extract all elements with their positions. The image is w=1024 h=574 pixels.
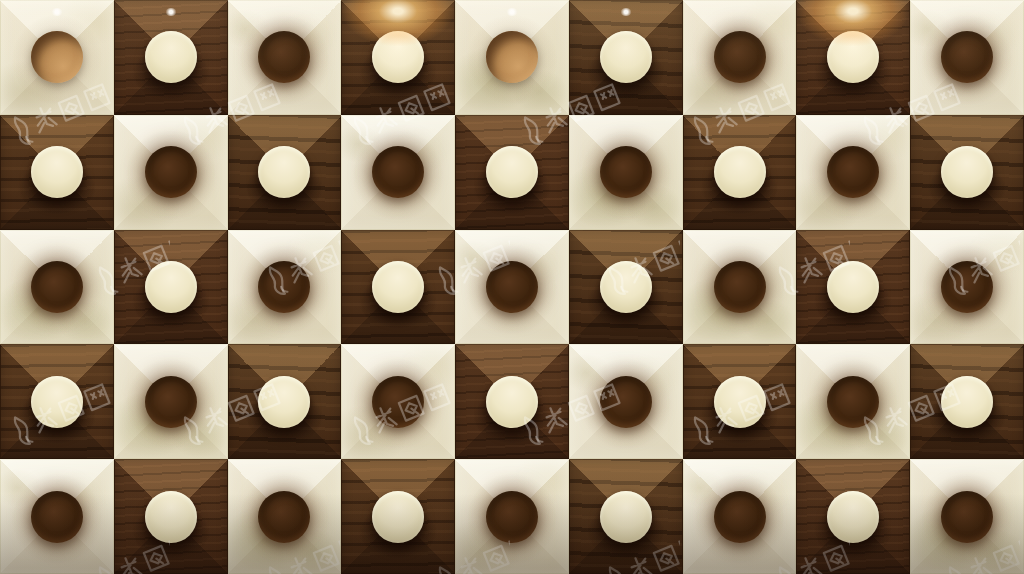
square-r1c9: [910, 0, 1024, 115]
dark-disc-r4c2: [145, 376, 197, 428]
square-r3c8: [796, 230, 910, 345]
cream-disc-r5c6: [600, 491, 652, 543]
cream-disc-r2c1: [31, 146, 83, 198]
square-r2c3: [228, 115, 342, 230]
square-r5c6: [569, 459, 683, 574]
cream-disc-r2c7: [714, 146, 766, 198]
cream-disc-r4c9: [941, 376, 993, 428]
cream-disc-r3c6: [600, 261, 652, 313]
dark-disc-r1c3: [258, 31, 310, 83]
square-r1c2: [114, 0, 228, 115]
cream-disc-r4c7: [714, 376, 766, 428]
dark-disc-r1c7: [714, 31, 766, 83]
square-r5c1: [0, 459, 114, 574]
square-r3c4: [341, 230, 455, 345]
square-r4c5: [455, 344, 569, 459]
square-r3c5: [455, 230, 569, 345]
photo-stage: 我图网: [0, 0, 1024, 574]
specular-highlight: [620, 8, 632, 16]
square-r2c6: [569, 115, 683, 230]
square-r2c8: [796, 115, 910, 230]
dark-disc-r2c4: [372, 146, 424, 198]
tan-ring-r1c5: [486, 31, 538, 83]
dark-disc-r2c2: [145, 146, 197, 198]
square-r4c2: [114, 344, 228, 459]
cream-disc-r5c4: [372, 491, 424, 543]
square-r1c1: [0, 0, 114, 115]
square-r2c9: [910, 115, 1024, 230]
dark-disc-r5c3: [258, 491, 310, 543]
square-r2c2: [114, 115, 228, 230]
square-r3c2: [114, 230, 228, 345]
cream-disc-r3c2: [145, 261, 197, 313]
square-r5c8: [796, 459, 910, 574]
square-r3c9: [910, 230, 1024, 345]
dark-disc-r5c7: [714, 491, 766, 543]
square-r5c5: [455, 459, 569, 574]
dark-disc-r3c3: [258, 261, 310, 313]
specular-highlight: [51, 8, 63, 16]
dark-disc-r2c8: [827, 146, 879, 198]
square-r4c4: [341, 344, 455, 459]
square-r3c3: [228, 230, 342, 345]
dark-disc-r3c7: [714, 261, 766, 313]
dark-disc-r3c9: [941, 261, 993, 313]
square-r2c1: [0, 115, 114, 230]
square-r3c1: [0, 230, 114, 345]
square-r3c6: [569, 230, 683, 345]
square-r5c7: [683, 459, 797, 574]
square-r1c5: [455, 0, 569, 115]
square-r4c3: [228, 344, 342, 459]
dark-disc-r4c4: [372, 376, 424, 428]
dark-disc-r5c1: [31, 491, 83, 543]
cream-disc-r4c3: [258, 376, 310, 428]
square-r2c5: [455, 115, 569, 230]
square-r1c4: [341, 0, 455, 115]
square-r3c7: [683, 230, 797, 345]
square-r4c1: [0, 344, 114, 459]
cream-disc-r2c3: [258, 146, 310, 198]
square-r5c3: [228, 459, 342, 574]
square-r2c7: [683, 115, 797, 230]
square-r5c2: [114, 459, 228, 574]
cream-disc-r2c9: [941, 146, 993, 198]
specular-highlight: [165, 8, 177, 16]
cream-disc-r1c2: [145, 31, 197, 83]
square-r1c6: [569, 0, 683, 115]
dark-disc-r5c5: [486, 491, 538, 543]
square-r2c4: [341, 115, 455, 230]
specular-highlight: [506, 8, 518, 16]
cream-disc-r4c1: [31, 376, 83, 428]
dark-disc-r2c6: [600, 146, 652, 198]
square-r4c9: [910, 344, 1024, 459]
dark-disc-r3c1: [31, 261, 83, 313]
cream-disc-r1c4: [372, 31, 424, 83]
cream-disc-r4c5: [486, 376, 538, 428]
square-r4c7: [683, 344, 797, 459]
square-r4c8: [796, 344, 910, 459]
cream-disc-r3c4: [372, 261, 424, 313]
dark-disc-r4c6: [600, 376, 652, 428]
tan-ring-r1c1: [31, 31, 83, 83]
square-r1c8: [796, 0, 910, 115]
dark-disc-r3c5: [486, 261, 538, 313]
dark-disc-r1c9: [941, 31, 993, 83]
square-r1c3: [228, 0, 342, 115]
square-r5c4: [341, 459, 455, 574]
cream-disc-r2c5: [486, 146, 538, 198]
square-r1c7: [683, 0, 797, 115]
cream-disc-r1c8: [827, 31, 879, 83]
cream-disc-r3c8: [827, 261, 879, 313]
square-r4c6: [569, 344, 683, 459]
cream-disc-r5c2: [145, 491, 197, 543]
square-r5c9: [910, 459, 1024, 574]
checkerboard-wall: [0, 0, 1024, 574]
cream-disc-r5c8: [827, 491, 879, 543]
dark-disc-r5c9: [941, 491, 993, 543]
dark-disc-r4c8: [827, 376, 879, 428]
cream-disc-r1c6: [600, 31, 652, 83]
